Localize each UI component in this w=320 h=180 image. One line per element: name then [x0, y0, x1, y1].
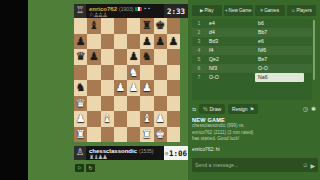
square-e2[interactable] [127, 111, 140, 127]
square-h2[interactable] [167, 111, 180, 127]
board-tools: ⚐ ↻ [75, 164, 95, 172]
square-h7[interactable]: ♟ [167, 34, 180, 50]
new-game-line3: has started. Good luck! [192, 136, 314, 143]
move-row: 3Bd3e6 [192, 37, 312, 46]
square-f5[interactable] [140, 65, 153, 81]
resign-button[interactable]: Resign ⚑ [228, 104, 258, 114]
square-a3[interactable]: ♛ [74, 96, 87, 112]
square-c2[interactable]: ♝ [101, 111, 114, 127]
tab-icon: + [225, 8, 228, 13]
emoji-icon[interactable]: ☺ [302, 162, 308, 168]
black-p-piece[interactable]: ♟ [154, 34, 167, 50]
bottom-captured-pieces: ♜♝♟♟ [89, 154, 162, 160]
white-move[interactable]: d4 [206, 28, 255, 37]
black-p-piece[interactable]: ♟ [167, 34, 180, 50]
square-d4[interactable]: ♟ [114, 80, 127, 96]
chat-input-bar: Send a message... ☺ ▶ [192, 158, 318, 172]
swap-icon[interactable]: ⇆ [192, 106, 196, 112]
move-number: 2 [192, 28, 206, 37]
square-e5[interactable]: ♞ [127, 65, 140, 81]
black-k-piece[interactable]: ♚ [154, 18, 167, 34]
white-p-piece[interactable]: ♟ [140, 80, 153, 96]
bottom-player-name[interactable]: chessclassondic [89, 148, 137, 154]
square-a2[interactable]: ♟ [74, 111, 87, 127]
square-h1[interactable] [167, 127, 180, 143]
white-p-piece[interactable]: ♟ [74, 111, 87, 127]
square-c8[interactable] [101, 18, 114, 34]
app-window: ♖ enrico762 (1903) ▪ ▪ ♘♙♙♙ 2:33 ♝♜♚♟♟♟♟… [0, 0, 320, 180]
square-c5[interactable] [101, 65, 114, 81]
square-e3[interactable] [127, 96, 140, 112]
black-move[interactable]: Be7 [255, 55, 304, 64]
square-d7[interactable] [114, 34, 127, 50]
move-row: 2d4Bb7 [192, 28, 312, 37]
square-c7[interactable] [101, 34, 114, 50]
square-f6[interactable]: ♞ [140, 49, 153, 65]
square-g5[interactable] [154, 65, 167, 81]
square-g1[interactable]: ♚ [154, 127, 167, 143]
tab-label: Play [205, 8, 214, 13]
square-c4[interactable] [101, 80, 114, 96]
tab-players[interactable]: ☺Players [287, 5, 317, 16]
square-e1[interactable] [127, 127, 140, 143]
square-d8[interactable] [114, 18, 127, 34]
square-e4[interactable]: ♟ [127, 80, 140, 96]
draw-button[interactable]: ½ Draw [199, 104, 225, 114]
square-f8[interactable]: ♜ [140, 18, 153, 34]
top-avatar[interactable]: ♖ [74, 4, 86, 18]
square-h6[interactable] [167, 49, 180, 65]
bottom-player-bar: ♙ chessclassondic (1535) ♜♝♟♟ ◷ 1:06 [74, 146, 188, 160]
move-row: 6Nf3O-O [192, 64, 312, 73]
flag-button[interactable]: ⚐ [75, 164, 84, 172]
black-move[interactable]: O-O [255, 64, 304, 73]
top-player-info: enrico762 (1903) ▪ ▪ ♘♙♙♙ [86, 4, 164, 18]
square-g6[interactable] [154, 49, 167, 65]
square-b1[interactable] [87, 127, 100, 143]
move-number: 1 [192, 19, 206, 28]
game-action-row: ⇆ ½ Draw Resign ⚑ ◷ ✱ [192, 103, 316, 114]
square-d6[interactable] [114, 49, 127, 65]
square-h8[interactable] [167, 18, 180, 34]
square-d1[interactable] [114, 127, 127, 143]
bottom-avatar[interactable]: ♙ [74, 146, 86, 160]
white-b-piece[interactable]: ♝ [101, 111, 114, 127]
square-c6[interactable] [101, 49, 114, 65]
square-g8[interactable]: ♚ [154, 18, 167, 34]
square-c3[interactable] [101, 96, 114, 112]
tab-label: Games [264, 8, 279, 13]
square-h3[interactable] [167, 96, 180, 112]
square-f1[interactable]: ♜ [140, 127, 153, 143]
white-p-piece[interactable]: ♟ [114, 80, 127, 96]
flip-board-button[interactable]: ↻ [86, 164, 95, 172]
square-c1[interactable] [101, 127, 114, 143]
move-row: 1e4b6 [192, 19, 312, 28]
white-r-piece[interactable]: ♜ [140, 127, 153, 143]
square-e8[interactable] [127, 18, 140, 34]
square-a7[interactable]: ♟ [74, 34, 87, 50]
move-row: 7O-ONa6 [192, 73, 312, 82]
bottom-player-rating: (1535) [139, 148, 153, 154]
white-n-piece[interactable]: ♞ [127, 65, 140, 81]
tab-label: Players [296, 8, 311, 13]
white-move[interactable]: Qe2 [206, 55, 255, 64]
move-number: 3 [192, 37, 206, 46]
black-p-piece[interactable]: ♟ [74, 34, 87, 50]
black-r-piece[interactable]: ♜ [140, 18, 153, 34]
chat-input[interactable]: Send a message... [195, 162, 300, 168]
tab-play[interactable]: ▶Play [192, 5, 222, 16]
square-b7[interactable] [87, 34, 100, 50]
top-player-rating: (1903) [119, 6, 133, 12]
square-e7[interactable] [127, 34, 140, 50]
square-d5[interactable] [114, 65, 127, 81]
top-clock: 2:33 [164, 4, 188, 18]
status-icon: ▪ [144, 6, 146, 11]
move-row: 5Qe2Be7 [192, 55, 312, 64]
white-p-piece[interactable]: ♟ [127, 80, 140, 96]
send-icon[interactable]: ▶ [310, 162, 315, 169]
move-list-scrollbar[interactable] [313, 20, 315, 80]
tab-label: New Game [229, 8, 252, 13]
move-list[interactable]: 1e4b62d4Bb73Bd3e64f4Nf65Qe2Be76Nf3O-O7O-… [192, 19, 312, 100]
black-b-piece[interactable]: ♝ [87, 18, 100, 34]
square-b5[interactable] [87, 65, 100, 81]
gear-icon[interactable]: ✱ [311, 105, 316, 112]
square-g2[interactable]: ♟ [154, 111, 167, 127]
square-b8[interactable]: ♝ [87, 18, 100, 34]
black-move[interactable]: b6 [255, 19, 304, 28]
new-game-block: NEW GAME chessclassondic (999) vs. enric… [192, 117, 314, 143]
tab-new-game[interactable]: +New Game [224, 5, 254, 16]
square-g3[interactable] [154, 96, 167, 112]
black-p-piece[interactable]: ♟ [140, 34, 153, 50]
tab-icon: ≡ [261, 8, 264, 13]
white-move[interactable]: O-O [206, 73, 255, 82]
square-d3[interactable] [114, 96, 127, 112]
move-number: 6 [192, 64, 206, 73]
tab-icon: ☺ [291, 8, 296, 13]
tab-icon: ▶ [200, 8, 203, 13]
square-a4[interactable]: ♞ [74, 80, 87, 96]
white-move[interactable]: f4 [206, 46, 255, 55]
white-move[interactable]: Nf3 [206, 64, 255, 73]
square-g7[interactable]: ♟ [154, 34, 167, 50]
square-f4[interactable]: ♟ [140, 80, 153, 96]
black-p-piece[interactable]: ♟ [127, 49, 140, 65]
square-a5[interactable] [74, 65, 87, 81]
move-row: 4f4Nf6 [192, 46, 312, 55]
black-q-piece[interactable]: ♛ [74, 49, 87, 65]
white-q-piece[interactable]: ♛ [74, 96, 87, 112]
square-a6[interactable]: ♛ [74, 49, 87, 65]
chess-board[interactable]: ♝♜♚♟♟♟♟♛♟♟♞♞♞♟♟♟♛♟♝♝♟♜♜♚ [74, 18, 180, 142]
white-b-piece[interactable]: ♝ [140, 111, 153, 127]
clock-settings-icon[interactable]: ◷ [303, 105, 308, 112]
square-f2[interactable]: ♝ [140, 111, 153, 127]
black-n-piece[interactable]: ♞ [74, 80, 87, 96]
square-a8[interactable] [74, 18, 87, 34]
bottom-player-info: chessclassondic (1535) ♜♝♟♟ [86, 146, 164, 160]
square-e6[interactable]: ♟ [127, 49, 140, 65]
square-b3[interactable] [87, 96, 100, 112]
letterbox-band [0, 0, 28, 180]
clock-icon: ◷ [165, 150, 168, 156]
white-p-piece[interactable]: ♟ [154, 111, 167, 127]
square-f3[interactable] [140, 96, 153, 112]
black-move[interactable]: Na6 [255, 73, 304, 82]
top-player-name[interactable]: enrico762 [89, 6, 117, 12]
white-r-piece[interactable]: ♜ [74, 127, 87, 143]
black-move[interactable]: e6 [255, 37, 304, 46]
move-number: 7 [192, 73, 206, 82]
resign-flag-icon: ⚑ [250, 104, 254, 114]
white-move[interactable]: e4 [206, 19, 255, 28]
square-h5[interactable] [167, 65, 180, 81]
draw-icon: ½ [203, 104, 207, 114]
move-number: 5 [192, 55, 206, 64]
square-b6[interactable]: ♟ [87, 49, 100, 65]
square-a1[interactable]: ♜ [74, 127, 87, 143]
sidebar-tabs: ▶Play+New Game≡Games☺Players [192, 5, 316, 16]
status-icon: ▪ [148, 6, 150, 11]
square-g4[interactable] [154, 80, 167, 96]
white-k-piece[interactable]: ♚ [154, 127, 167, 143]
black-move[interactable]: Nf6 [255, 46, 304, 55]
square-f7[interactable]: ♟ [140, 34, 153, 50]
square-h4[interactable] [167, 80, 180, 96]
action-extra-icons: ◷ ✱ [303, 105, 316, 112]
black-p-piece[interactable]: ♟ [87, 49, 100, 65]
italy-flag-icon [135, 7, 142, 11]
black-move[interactable]: Bb7 [255, 28, 304, 37]
black-n-piece[interactable]: ♞ [140, 49, 153, 65]
square-d2[interactable] [114, 111, 127, 127]
move-number: 4 [192, 46, 206, 55]
chat-message: enrico762: hi [192, 147, 312, 152]
white-move[interactable]: Bd3 [206, 37, 255, 46]
top-player-bar: ♖ enrico762 (1903) ▪ ▪ ♘♙♙♙ 2:33 [74, 4, 188, 18]
tab-games[interactable]: ≡Games [255, 5, 285, 16]
square-b4[interactable] [87, 80, 100, 96]
square-b2[interactable] [87, 111, 100, 127]
bottom-clock: ◷ 1:06 [164, 146, 188, 160]
